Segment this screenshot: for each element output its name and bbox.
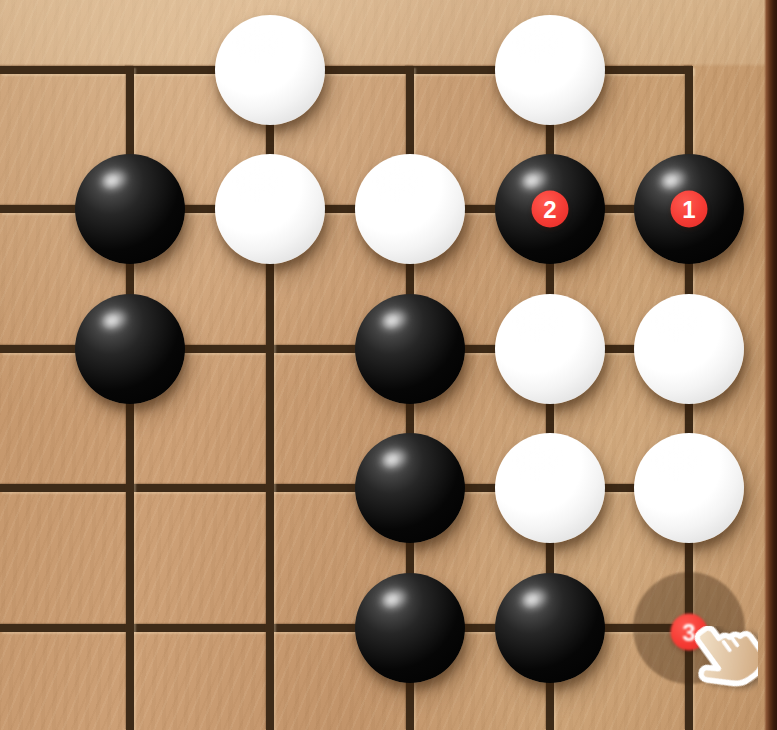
stone-white-S16 bbox=[495, 433, 605, 543]
stone-white-S19 bbox=[495, 15, 605, 125]
stone-white-T17 bbox=[634, 294, 744, 404]
stone-black-S18: 2 bbox=[495, 154, 605, 264]
stone-black-R17 bbox=[355, 294, 465, 404]
stone-black-P17 bbox=[75, 294, 185, 404]
stone-black-R16 bbox=[355, 433, 465, 543]
move-badge-2: 2 bbox=[532, 191, 569, 228]
stone-white-T16 bbox=[634, 433, 744, 543]
stone-white-Q18 bbox=[215, 154, 325, 264]
move-badge-3: 3 bbox=[671, 614, 708, 651]
stone-black-S15 bbox=[495, 573, 605, 683]
move-badge-1: 1 bbox=[671, 191, 708, 228]
ghost-stone-next-move-T15[interactable]: 3 bbox=[633, 572, 745, 684]
go-board[interactable]: 213 bbox=[0, 0, 777, 730]
board-right-edge bbox=[764, 0, 777, 730]
stone-white-R18 bbox=[355, 154, 465, 264]
stone-white-Q19 bbox=[215, 15, 325, 125]
stone-black-R15 bbox=[355, 573, 465, 683]
stone-black-T18: 1 bbox=[634, 154, 744, 264]
stone-white-S17 bbox=[495, 294, 605, 404]
stone-black-P18 bbox=[75, 154, 185, 264]
